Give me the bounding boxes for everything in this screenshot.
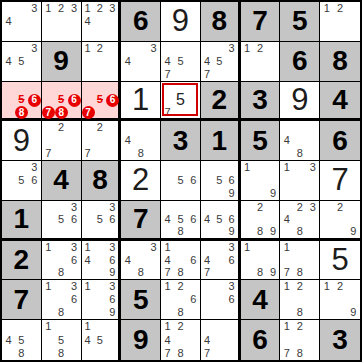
pencil-mark-7: 7 <box>42 147 55 160</box>
pencil-mark-3: 3 <box>106 280 118 293</box>
pencil-mark-1: 1 <box>320 280 333 293</box>
pencil-mark-9: 9 <box>225 225 237 237</box>
given-digit: 8 <box>82 161 119 200</box>
cell-r3c4[interactable]: 1 <box>121 82 161 122</box>
pencil-mark-4: 4 <box>82 333 94 346</box>
cell-r4c5[interactable]: 3 <box>161 121 201 161</box>
pencil-mark-4: 4 <box>161 213 174 225</box>
cell-r8c4[interactable]: 5 <box>121 280 161 320</box>
pencil-mark-7: 7 <box>201 267 213 280</box>
pencil-mark-1: 1 <box>42 280 55 293</box>
pencil-mark-1: 1 <box>82 241 94 254</box>
pencil-mark-3: 3 <box>106 241 118 254</box>
cell-r3c1[interactable]: 568 <box>2 82 42 122</box>
pencil-mark-6: 6 <box>187 293 200 306</box>
pencil-mark-1: 1 <box>42 241 55 254</box>
pencil-mark-6: 6 <box>225 213 237 225</box>
pencil-mark-8: 8 <box>293 225 306 237</box>
pencil-mark-5: 5 <box>55 213 68 225</box>
solved-digit: 9 <box>161 2 200 41</box>
cell-r5c9[interactable]: 7 <box>320 161 360 201</box>
pencil-mark-2: 2 <box>293 280 306 293</box>
pencil-mark-4: 4 <box>201 333 213 346</box>
pencil-mark-6: 6 <box>225 293 237 306</box>
pencil-mark-9: 9 <box>347 225 360 237</box>
pencil-mark-9: 9 <box>106 306 118 319</box>
given-digit: 8 <box>320 42 360 81</box>
pencil-mark-6-circle: 6 <box>106 94 119 107</box>
cell-r8c2[interactable]: 1368 <box>42 280 82 320</box>
pencil-mark-3: 3 <box>106 201 118 213</box>
cell-r2c9[interactable]: 8 <box>320 42 360 82</box>
pencil-mark-8: 8 <box>174 306 187 319</box>
pencil-mark-3: 3 <box>28 42 41 55</box>
cell-r2c2[interactable]: 9 <box>42 42 82 82</box>
pencil-mark-7-circle: 7 <box>82 106 95 119</box>
pencil-mark-6: 6 <box>106 213 118 225</box>
pencil-mark-1: 1 <box>241 161 254 174</box>
pencil-mark-9: 9 <box>267 267 280 280</box>
pencil-mark-1: 1 <box>82 280 94 293</box>
pencil-mark-3: 3 <box>306 201 319 213</box>
pencil-mark-3: 3 <box>147 241 160 254</box>
pencil-mark-5: 5 <box>174 213 187 225</box>
given-digit: 6 <box>241 320 280 360</box>
pencil-mark-1: 1 <box>161 320 174 333</box>
pencil-mark-3: 3 <box>225 280 237 293</box>
cell-r3c6[interactable]: 2 <box>201 82 241 122</box>
pencil-mark-1: 1 <box>82 42 94 55</box>
pencil-mark-8: 8 <box>134 267 147 280</box>
pencil-mark-8: 8 <box>293 306 306 319</box>
cell-r9c4[interactable]: 9 <box>121 320 161 360</box>
cell-r2c6[interactable]: 3457 <box>201 42 241 82</box>
pencil-mark-4: 4 <box>161 55 174 68</box>
pencil-mark-1: 1 <box>42 2 55 15</box>
given-digit: 8 <box>201 2 238 41</box>
cell-r6c4[interactable]: 7 <box>121 201 161 241</box>
cell-r1c8[interactable]: 5 <box>280 2 320 42</box>
cell-r8c7[interactable]: 4 <box>241 280 281 320</box>
cell-r9c7[interactable]: 6 <box>241 320 281 360</box>
pencil-mark-5-strike: 5 <box>55 94 68 106</box>
pencil-mark-3: 3 <box>28 161 41 174</box>
cell-r5c4[interactable]: 2 <box>121 161 161 201</box>
pencil-mark-3: 3 <box>306 161 319 174</box>
given-digit: 4 <box>42 161 81 200</box>
given-digit: 3 <box>320 320 360 360</box>
pencil-mark-2: 2 <box>55 2 68 15</box>
cell-r2c3[interactable]: 12 <box>82 42 122 82</box>
cell-r8c1[interactable]: 7 <box>2 280 42 320</box>
pencil-mark-2: 2 <box>293 201 306 213</box>
pencil-mark-8: 8 <box>254 225 267 237</box>
pencil-mark-1: 1 <box>82 320 94 333</box>
pencil-mark-7-circle: 7 <box>42 106 55 119</box>
cell-r8c6[interactable]: 36 <box>201 280 241 320</box>
pencil-mark-1: 1 <box>161 241 174 254</box>
cell-r9c3[interactable]: 145 <box>82 320 122 360</box>
pencil-mark-2: 2 <box>174 280 187 293</box>
pencil-mark-8: 8 <box>174 347 187 360</box>
pencil-mark-8: 8 <box>293 267 306 280</box>
pencil-mark-4: 4 <box>121 55 134 68</box>
cell-r7c8[interactable]: 178 <box>280 241 320 281</box>
pencil-mark-6: 6 <box>68 213 81 225</box>
solved-digit: 7 <box>320 161 360 200</box>
pencil-mark-3: 3 <box>68 2 81 15</box>
pencil-mark-5-strike: 5 <box>94 94 106 106</box>
pencil-mark-8: 8 <box>174 225 187 237</box>
given-digit: 3 <box>241 82 280 119</box>
pencil-mark-6-circle: 6 <box>28 94 41 107</box>
pencil-mark-4: 4 <box>2 15 15 28</box>
cell-r6c8[interactable]: 2348 <box>280 201 320 241</box>
pencil-mark-5: 5 <box>15 174 28 187</box>
solved-digit: 1 <box>121 82 160 119</box>
pencil-mark-2: 2 <box>174 320 187 333</box>
cell-r4c2[interactable]: 27 <box>42 121 82 161</box>
given-digit: 5 <box>280 2 319 41</box>
pencil-mark-3: 3 <box>68 201 81 213</box>
pencil-mark-4: 4 <box>2 333 15 346</box>
cell-r1c5[interactable]: 9 <box>161 2 201 42</box>
cell-r8c8[interactable]: 128 <box>280 280 320 320</box>
cell-r5c2[interactable]: 4 <box>42 161 82 201</box>
pencil-mark-5: 5 <box>15 333 28 346</box>
cell-r9c5[interactable]: 12478 <box>161 320 201 360</box>
given-digit: 4 <box>241 280 280 319</box>
given-digit: 2 <box>201 82 238 119</box>
cell-r7c1[interactable]: 2 <box>2 241 42 281</box>
pencil-mark-5-strike: 5 <box>15 94 28 106</box>
cell-r9c1[interactable]: 458 <box>2 320 42 360</box>
pencil-mark-1: 1 <box>280 280 293 293</box>
cell-r9c2[interactable]: 158 <box>42 320 82 360</box>
pencil-mark-8: 8 <box>174 267 187 280</box>
pencil-mark-9: 9 <box>106 267 118 280</box>
pencil-mark-7: 7 <box>201 347 213 360</box>
pencil-mark-6: 6 <box>187 254 200 267</box>
given-digit: 6 <box>280 42 319 81</box>
pencil-mark-6: 6 <box>106 254 118 267</box>
pencil-mark-8: 8 <box>55 306 68 319</box>
given-digit: 7 <box>121 201 160 238</box>
pencil-mark-1: 1 <box>241 241 254 254</box>
cell-r1c7[interactable]: 7 <box>241 2 281 42</box>
pencil-mark-4: 4 <box>2 55 15 68</box>
pencil-mark-8-circle: 8 <box>55 106 68 119</box>
pencil-mark-8: 8 <box>55 347 68 360</box>
pencil-mark-8: 8 <box>293 147 306 160</box>
pencil-mark-3: 3 <box>106 2 118 15</box>
cell-r3c2[interactable]: 5678 <box>42 82 82 122</box>
pencil-mark-5: 5 <box>94 333 106 346</box>
pencil-mark-4: 4 <box>82 254 94 267</box>
pencil-mark-5: 5 <box>213 55 225 68</box>
pencil-mark-5: 5 <box>55 333 68 346</box>
pencil-mark-5: 5 <box>94 213 106 225</box>
given-digit: 3 <box>161 121 200 160</box>
pencil-mark-8: 8 <box>293 347 306 360</box>
cell-r5c6[interactable]: 569 <box>201 161 241 201</box>
cell-r1c2[interactable]: 123 <box>42 2 82 42</box>
pencil-mark-3: 3 <box>225 42 237 55</box>
pencil-mark-4: 4 <box>280 213 293 225</box>
pencil-mark-1: 1 <box>280 320 293 333</box>
pencil-mark-3: 3 <box>225 241 237 254</box>
pencil-mark-8-circle: 8 <box>15 106 28 119</box>
pencil-mark-7: 7 <box>161 347 174 360</box>
pencil-mark-4: 4 <box>121 254 134 267</box>
cell-r4c1[interactable]: 9 <box>2 121 42 161</box>
cell-r7c5[interactable]: 14678 <box>161 241 201 281</box>
pencil-mark-7: 7 <box>201 68 213 81</box>
pencil-mark-5-big: 5 <box>174 94 187 106</box>
cell-r2c7[interactable]: 12 <box>241 42 281 82</box>
given-digit: 1 <box>2 201 41 238</box>
cell-r7c7[interactable]: 189 <box>241 241 281 281</box>
given-digit: 4 <box>320 82 360 119</box>
cell-r6c1[interactable]: 1 <box>2 201 42 241</box>
cell-r8c5[interactable]: 1268 <box>161 280 201 320</box>
cell-r5c8[interactable]: 13 <box>280 161 320 201</box>
pencil-mark-1: 1 <box>241 42 254 55</box>
cell-r6c5[interactable]: 4568 <box>161 201 201 241</box>
cell-r6c6[interactable]: 4569 <box>201 201 241 241</box>
solved-digit: 9 <box>280 82 319 119</box>
cell-r6c3[interactable]: 356 <box>82 201 122 241</box>
cell-r4c4[interactable]: 48 <box>121 121 161 161</box>
pencil-mark-2: 2 <box>333 201 346 213</box>
cell-r3c7[interactable]: 3 <box>241 82 281 122</box>
pencil-mark-6: 6 <box>187 174 200 187</box>
cell-r2c8[interactable]: 6 <box>280 42 320 82</box>
solved-digit: 5 <box>320 241 360 280</box>
cell-r5c5[interactable]: 56 <box>161 161 201 201</box>
cell-r1c9[interactable]: 12 <box>320 2 360 42</box>
pencil-mark-7: 7 <box>161 68 174 81</box>
cell-r6c9[interactable]: 29 <box>320 201 360 241</box>
cell-r2c1[interactable]: 345 <box>2 42 42 82</box>
pencil-mark-7: 7 <box>161 106 174 118</box>
pencil-mark-5: 5 <box>15 55 28 68</box>
pencil-mark-9: 9 <box>267 225 280 237</box>
pencil-mark-7: 7 <box>161 267 174 280</box>
pencil-mark-2: 2 <box>333 280 346 293</box>
pencil-mark-1: 1 <box>320 2 333 15</box>
pencil-mark-1: 1 <box>280 161 293 174</box>
pencil-mark-6: 6 <box>106 293 118 306</box>
cell-r1c6[interactable]: 8 <box>201 2 241 42</box>
cell-r9c8[interactable]: 1278 <box>280 320 320 360</box>
given-digit: 6 <box>320 121 360 160</box>
pencil-mark-6: 6 <box>68 293 81 306</box>
pencil-mark-4: 4 <box>161 254 174 267</box>
cell-r7c9[interactable]: 5 <box>320 241 360 281</box>
pencil-mark-2: 2 <box>293 320 306 333</box>
pencil-mark-6-circle: 6 <box>68 94 81 107</box>
solved-digit: 9 <box>2 121 41 160</box>
cell-r3c9[interactable]: 4 <box>320 82 360 122</box>
pencil-mark-4: 4 <box>161 333 174 346</box>
pencil-mark-1: 1 <box>161 280 174 293</box>
pencil-mark-8: 8 <box>134 147 147 160</box>
pencil-mark-9: 9 <box>225 187 237 200</box>
pencil-mark-5: 5 <box>174 174 187 187</box>
cell-r7c2[interactable]: 1368 <box>42 241 82 281</box>
cell-r5c7[interactable]: 19 <box>241 161 281 201</box>
pencil-mark-2: 2 <box>254 42 267 55</box>
pencil-mark-4: 4 <box>82 15 94 28</box>
cell-r8c3[interactable]: 1369 <box>82 280 122 320</box>
pencil-mark-7: 7 <box>280 267 293 280</box>
given-digit: 5 <box>121 280 160 319</box>
pencil-mark-9: 9 <box>267 187 280 200</box>
cell-r5c1[interactable]: 356 <box>2 161 42 201</box>
pencil-mark-3: 3 <box>28 2 41 15</box>
given-digit: 2 <box>2 241 41 280</box>
pencil-mark-1: 1 <box>42 320 55 333</box>
given-digit: 1 <box>201 121 238 160</box>
pencil-mark-5: 5 <box>174 55 187 68</box>
cell-r4c8[interactable]: 48 <box>280 121 320 161</box>
pencil-mark-4: 4 <box>121 134 134 147</box>
cell-r6c7[interactable]: 289 <box>241 201 281 241</box>
cell-r3c3[interactable]: 567 <box>82 82 122 122</box>
pencil-mark-5: 5 <box>213 174 225 187</box>
pencil-mark-2: 2 <box>55 121 68 134</box>
pencil-mark-2: 2 <box>254 201 267 213</box>
cell-r7c4[interactable]: 348 <box>121 241 161 281</box>
cell-r9c6[interactable]: 47 <box>201 320 241 360</box>
pencil-mark-3: 3 <box>68 280 81 293</box>
pencil-mark-1: 1 <box>82 2 94 15</box>
pencil-mark-3: 3 <box>68 241 81 254</box>
given-digit: 7 <box>2 280 41 319</box>
cell-r8c9[interactable]: 129 <box>320 280 360 320</box>
pencil-mark-1: 1 <box>280 241 293 254</box>
pencil-mark-6: 6 <box>225 254 237 267</box>
given-digit: 5 <box>241 121 280 160</box>
pencil-mark-3: 3 <box>147 42 160 55</box>
cell-r2c5[interactable]: 457 <box>161 42 201 82</box>
given-digit: 9 <box>42 42 81 81</box>
pencil-mark-7: 7 <box>82 147 94 160</box>
cell-r3c8[interactable]: 9 <box>280 82 320 122</box>
cell-r7c3[interactable]: 13469 <box>82 241 122 281</box>
pencil-mark-6: 6 <box>187 213 200 225</box>
cell-r2c4[interactable]: 34 <box>121 42 161 82</box>
pencil-mark-4: 4 <box>201 254 213 267</box>
cell-r1c3[interactable]: 1234 <box>82 2 122 42</box>
cell-r1c1[interactable]: 34 <box>2 2 42 42</box>
cell-r4c3[interactable]: 27 <box>82 121 122 161</box>
cell-r6c2[interactable]: 356 <box>42 201 82 241</box>
solved-digit: 2 <box>121 161 160 200</box>
cell-r3c5[interactable]: 57 <box>161 82 201 122</box>
pencil-mark-6: 6 <box>28 174 41 187</box>
cell-r4c6[interactable]: 1 <box>201 121 241 161</box>
cell-r1c4[interactable]: 6 <box>121 2 161 42</box>
cell-r7c6[interactable]: 3467 <box>201 241 241 281</box>
given-digit: 7 <box>241 2 280 41</box>
pencil-mark-9: 9 <box>347 306 360 319</box>
pencil-mark-5: 5 <box>213 213 225 225</box>
pencil-mark-4: 4 <box>280 134 293 147</box>
pencil-mark-2: 2 <box>94 42 106 55</box>
pencil-mark-4: 4 <box>201 55 213 68</box>
pencil-mark-7: 7 <box>280 347 293 360</box>
pencil-mark-6: 6 <box>68 254 81 267</box>
given-digit: 6 <box>121 2 160 41</box>
pencil-mark-8: 8 <box>15 347 28 360</box>
pencil-mark-6: 6 <box>225 174 237 187</box>
sudoku-board: 3412312346987512345912344573457126856856… <box>0 0 362 362</box>
pencil-mark-2: 2 <box>94 121 106 134</box>
cell-r9c9[interactable]: 3 <box>320 320 360 360</box>
given-digit: 9 <box>121 320 160 360</box>
pencil-mark-2: 2 <box>333 2 346 15</box>
pencil-mark-2: 2 <box>94 2 106 15</box>
cell-r4c9[interactable]: 6 <box>320 121 360 161</box>
pencil-mark-8: 8 <box>254 267 267 280</box>
pencil-mark-8: 8 <box>55 267 68 280</box>
cell-r5c3[interactable]: 8 <box>82 161 122 201</box>
cell-r4c7[interactable]: 5 <box>241 121 281 161</box>
pencil-mark-4: 4 <box>201 213 213 225</box>
